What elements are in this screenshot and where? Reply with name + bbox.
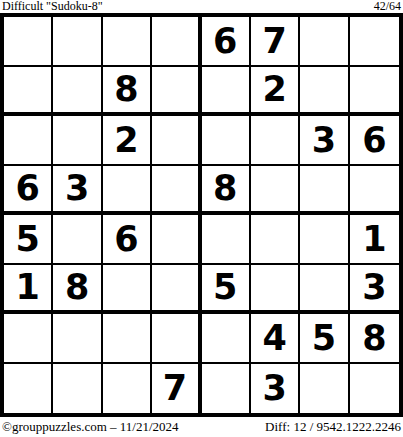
- cell-r4c4-empty[interactable]: [152, 166, 201, 216]
- cell-r1c4-empty[interactable]: [152, 17, 201, 67]
- cell-r7c8-given[interactable]: 8: [350, 314, 399, 364]
- copyright-date: ©grouppuzzles.com – 11/21/2024: [2, 419, 179, 434]
- cell-r4c5-given[interactable]: 8: [202, 166, 251, 216]
- cell-r2c6-given[interactable]: 2: [251, 67, 300, 117]
- cell-r2c5-empty[interactable]: [202, 67, 251, 117]
- cell-r4c6-empty[interactable]: [251, 166, 300, 216]
- empty-cell-counter: 42/64: [374, 0, 401, 13]
- cell-r4c7-empty[interactable]: [300, 166, 349, 216]
- cell-r5c7-empty[interactable]: [300, 215, 349, 265]
- cell-r2c2-empty[interactable]: [53, 67, 102, 117]
- cell-r8c6-given[interactable]: 3: [251, 364, 300, 414]
- cell-r6c3-empty[interactable]: [103, 265, 152, 315]
- cell-r7c5-empty[interactable]: [202, 314, 251, 364]
- cell-r7c7-given[interactable]: 5: [300, 314, 349, 364]
- cell-r7c1-empty[interactable]: [4, 314, 53, 364]
- cell-r3c3-given[interactable]: 2: [103, 116, 152, 166]
- page-footer: ©grouppuzzles.com – 11/21/2024 Diff: 12 …: [0, 417, 403, 437]
- cell-r8c8-empty[interactable]: [350, 364, 399, 414]
- cell-r2c4-empty[interactable]: [152, 67, 201, 117]
- cell-r2c7-empty[interactable]: [300, 67, 349, 117]
- cell-r6c8-given[interactable]: 3: [350, 265, 399, 315]
- difficulty-rating: Diff: 12 / 9542.1222.2246: [265, 419, 401, 434]
- cell-r5c3-given[interactable]: 6: [103, 215, 152, 265]
- cell-r6c7-empty[interactable]: [300, 265, 349, 315]
- cell-r5c5-empty[interactable]: [202, 215, 251, 265]
- cell-r1c7-empty[interactable]: [300, 17, 349, 67]
- cell-r6c4-empty[interactable]: [152, 265, 201, 315]
- cell-r1c1-empty[interactable]: [4, 17, 53, 67]
- cell-r1c6-given[interactable]: 7: [251, 17, 300, 67]
- cell-r7c3-empty[interactable]: [103, 314, 152, 364]
- page-header: Difficult "Sudoku-8" 42/64: [0, 0, 403, 13]
- cell-r2c8-empty[interactable]: [350, 67, 399, 117]
- cell-r5c4-empty[interactable]: [152, 215, 201, 265]
- cell-r3c2-empty[interactable]: [53, 116, 102, 166]
- cell-r2c3-given[interactable]: 8: [103, 67, 152, 117]
- cell-r4c8-empty[interactable]: [350, 166, 399, 216]
- cell-r8c3-empty[interactable]: [103, 364, 152, 414]
- cell-r6c6-empty[interactable]: [251, 265, 300, 315]
- cell-r3c4-empty[interactable]: [152, 116, 201, 166]
- cell-r6c1-given[interactable]: 1: [4, 265, 53, 315]
- cell-r2c1-empty[interactable]: [4, 67, 53, 117]
- cell-r3c5-empty[interactable]: [202, 116, 251, 166]
- cell-r7c2-empty[interactable]: [53, 314, 102, 364]
- cell-r8c5-empty[interactable]: [202, 364, 251, 414]
- cell-r6c5-given[interactable]: 5: [202, 265, 251, 315]
- cell-r3c6-empty[interactable]: [251, 116, 300, 166]
- cell-r5c1-given[interactable]: 5: [4, 215, 53, 265]
- cell-r1c8-empty[interactable]: [350, 17, 399, 67]
- cell-r8c4-given[interactable]: 7: [152, 364, 201, 414]
- cell-r1c3-empty[interactable]: [103, 17, 152, 67]
- puzzle-title: Difficult "Sudoku-8": [2, 0, 103, 13]
- cell-r3c7-given[interactable]: 3: [300, 116, 349, 166]
- cell-r5c6-empty[interactable]: [251, 215, 300, 265]
- sudoku-board: 6782236638561185345873: [0, 13, 403, 417]
- cell-r4c2-given[interactable]: 3: [53, 166, 102, 216]
- cell-r7c4-empty[interactable]: [152, 314, 201, 364]
- cell-r5c8-given[interactable]: 1: [350, 215, 399, 265]
- cell-r1c5-given[interactable]: 6: [202, 17, 251, 67]
- cell-r4c3-empty[interactable]: [103, 166, 152, 216]
- cell-r7c6-given[interactable]: 4: [251, 314, 300, 364]
- cell-r5c2-empty[interactable]: [53, 215, 102, 265]
- cell-r6c2-given[interactable]: 8: [53, 265, 102, 315]
- cell-r1c2-empty[interactable]: [53, 17, 102, 67]
- cell-r3c1-empty[interactable]: [4, 116, 53, 166]
- cell-r8c2-empty[interactable]: [53, 364, 102, 414]
- cell-r8c7-empty[interactable]: [300, 364, 349, 414]
- cell-r3c8-given[interactable]: 6: [350, 116, 399, 166]
- puzzle-page: Difficult "Sudoku-8" 42/64 6782236638561…: [0, 0, 403, 437]
- cell-r4c1-given[interactable]: 6: [4, 166, 53, 216]
- cell-r8c1-empty[interactable]: [4, 364, 53, 414]
